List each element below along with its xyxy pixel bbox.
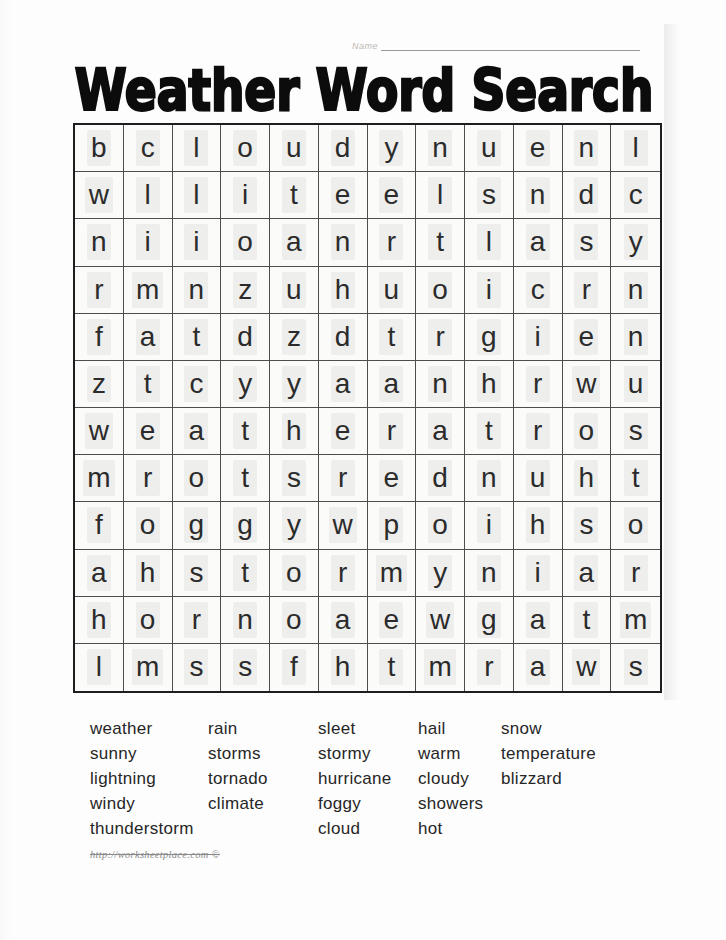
grid-cell[interactable]: s [173,644,222,691]
word-list-column: weathersunnylightningwindythunderstorm [90,716,194,841]
word-list-item: warm [418,741,483,766]
grid-cell[interactable]: s [465,172,514,219]
grid-cell[interactable]: y [270,361,319,408]
grid-cell[interactable]: d [563,172,612,219]
grid-cell[interactable]: m [368,550,417,597]
grid-cell[interactable]: m [124,267,173,314]
grid-letter: d [233,319,257,355]
grid-cell[interactable]: u [368,267,417,314]
grid-cell[interactable]: w [416,597,465,644]
grid-cell[interactable]: u [270,125,319,172]
grid-letter: g [477,319,501,355]
grid-cell[interactable]: o [124,502,173,549]
grid-cell[interactable]: f [75,502,124,549]
word-list-item: stormy [318,741,392,766]
grid-cell[interactable]: n [416,125,465,172]
grid-cell[interactable]: n [221,597,270,644]
grid-cell[interactable]: g [173,502,222,549]
grid-cell[interactable]: l [75,644,124,691]
grid-letter: e [574,319,598,355]
grid-cell[interactable]: t [221,408,270,455]
grid-cell[interactable]: h [514,502,563,549]
grid-cell[interactable]: n [611,267,660,314]
grid-letter: y [428,555,452,591]
grid-letter: n [428,130,452,166]
grid-letter: r [87,272,111,308]
grid-letter: y [233,366,257,402]
scan-edge-shadow [664,24,680,700]
grid-cell[interactable]: o [173,455,222,502]
grid-cell[interactable]: l [465,219,514,266]
word-list-item: snow [501,716,596,741]
grid-cell[interactable]: o [270,550,319,597]
grid-letter: t [477,413,501,449]
grid-cell[interactable]: e [563,314,612,361]
grid-letter: l [87,649,111,685]
word-list-item: temperature [501,741,596,766]
grid-cell[interactable]: u [270,267,319,314]
grid-letter: i [233,177,257,213]
grid-cell[interactable]: t [563,597,612,644]
grid-letter: c [184,366,208,402]
grid-letter: z [282,319,306,355]
grid-letter: e [526,130,550,166]
grid-letter: e [136,413,160,449]
grid-letter: o [624,507,648,543]
grid-cell[interactable]: y [368,125,417,172]
grid-letter: i [477,272,501,308]
grid-letter: u [624,366,648,402]
grid-cell[interactable]: i [514,550,563,597]
grid-letter: s [624,413,648,449]
grid-cell[interactable]: c [124,125,173,172]
grid-letter: a [331,602,355,638]
grid-letter: t [379,319,403,355]
grid-cell[interactable]: n [514,172,563,219]
grid-cell[interactable]: l [124,172,173,219]
grid-letter: n [574,130,598,166]
grid-cell[interactable]: s [563,219,612,266]
grid-cell[interactable]: t [173,314,222,361]
grid-cell[interactable]: s [611,408,660,455]
grid-cell[interactable]: w [75,172,124,219]
grid-letter: r [574,272,598,308]
grid-cell[interactable]: t [124,361,173,408]
page-title: Weather Word Search [66,56,662,123]
grid-cell[interactable]: a [124,314,173,361]
word-list-column: snowtemperatureblizzard [501,716,596,841]
grid-cell[interactable]: h [465,361,514,408]
grid-letter: z [233,272,257,308]
grid-cell[interactable]: h [563,455,612,502]
word-list-item: hot [418,816,483,841]
grid-cell[interactable]: n [416,361,465,408]
grid-cell[interactable]: n [319,219,368,266]
grid-letter: m [424,649,455,685]
grid-letter: u [526,460,550,496]
grid-cell[interactable]: p [368,502,417,549]
grid-cell[interactable]: a [514,597,563,644]
grid-letter: t [136,366,160,402]
grid-letter: s [233,649,257,685]
grid-letter: w [572,649,600,685]
grid-cell[interactable]: w [563,361,612,408]
grid-letter: l [184,130,208,166]
word-list-item: climate [208,791,268,816]
word-search-grid: bcloudynuenlwlliteelsndcniioanrtlasyrmnz… [73,123,662,693]
grid-cell[interactable]: t [221,550,270,597]
grid-cell[interactable]: i [465,502,514,549]
grid-cell[interactable]: n [465,455,514,502]
grid-cell[interactable]: h [75,597,124,644]
grid-letter: l [136,177,160,213]
grid-cell[interactable]: a [75,550,124,597]
grid-letter: t [624,460,648,496]
grid-cell[interactable]: t [221,455,270,502]
grid-letter: n [428,366,452,402]
grid-letter: f [282,649,306,685]
grid-cell[interactable]: n [75,219,124,266]
grid-cell[interactable]: o [416,502,465,549]
word-list-item: lightning [90,766,194,791]
grid-cell[interactable]: m [75,455,124,502]
grid-cell[interactable]: s [611,644,660,691]
word-list-item: showers [418,791,483,816]
grid-letter: s [282,460,306,496]
grid-letter: g [233,507,257,543]
grid-letter: m [83,460,114,496]
grid-cell[interactable]: a [319,361,368,408]
grid-letter: h [526,507,550,543]
grid-cell[interactable]: l [173,172,222,219]
word-list-item: rain [208,716,268,741]
word-list-item [501,816,596,841]
grid-cell[interactable]: s [563,502,612,549]
grid-letter: a [87,555,111,591]
grid-cell[interactable]: t [270,172,319,219]
grid-letter: s [574,507,598,543]
grid-cell[interactable]: a [270,219,319,266]
grid-letter: g [184,507,208,543]
grid-cell[interactable]: z [75,361,124,408]
grid-letter: h [574,460,598,496]
grid-letter: m [620,602,651,638]
grid-cell[interactable]: a [514,644,563,691]
grid-letter: s [477,177,501,213]
grid-letter: a [136,319,160,355]
grid-cell[interactable]: y [270,502,319,549]
grid-cell[interactable]: t [465,408,514,455]
grid-cell[interactable]: c [611,172,660,219]
grid-letter: d [331,319,355,355]
grid-letter: d [574,177,598,213]
grid-letter: r [136,460,160,496]
grid-letter: o [184,460,208,496]
grid-letter: t [184,319,208,355]
grid-letter: m [132,272,163,308]
grid-cell[interactable]: l [173,125,222,172]
grid-letter: a [331,366,355,402]
grid-letter: f [87,507,111,543]
grid-cell[interactable]: o [611,502,660,549]
grid-letter: o [233,130,257,166]
grid-cell[interactable]: t [611,455,660,502]
grid-cell[interactable]: i [465,267,514,314]
grid-cell[interactable]: h [319,644,368,691]
grid-cell[interactable]: u [514,455,563,502]
word-list-item: hurricane [318,766,392,791]
grid-letter: y [282,507,306,543]
grid-letter: u [379,272,403,308]
grid-cell[interactable]: h [319,267,368,314]
word-list-item [208,816,268,841]
grid-cell[interactable]: t [416,219,465,266]
grid-letter: e [379,602,403,638]
grid-letter: i [477,507,501,543]
grid-letter: c [624,177,648,213]
grid-letter: r [331,555,355,591]
grid-letter: t [233,413,257,449]
name-label: Name [352,41,381,51]
grid-cell[interactable]: m [124,644,173,691]
grid-cell[interactable]: i [173,219,222,266]
grid-cell[interactable]: u [465,125,514,172]
grid-cell[interactable]: r [465,644,514,691]
word-list-item: weather [90,716,194,741]
grid-cell[interactable]: s [270,455,319,502]
grid-letter: t [428,224,452,260]
grid-cell[interactable]: t [368,644,417,691]
grid-cell[interactable]: d [319,125,368,172]
worksheet-page: Name Weather Word Search bcloudynuenlwll… [0,0,726,940]
grid-cell[interactable]: d [319,314,368,361]
grid-letter: a [379,366,403,402]
word-list-item: sleet [318,716,392,741]
grid-cell[interactable]: y [221,361,270,408]
grid-cell[interactable]: e [514,125,563,172]
grid-letter: r [184,602,208,638]
grid-letter: t [574,602,598,638]
word-list-item: foggy [318,791,392,816]
grid-cell[interactable]: t [368,314,417,361]
grid-letter: i [526,319,550,355]
grid-cell[interactable]: a [563,550,612,597]
grid-cell[interactable]: w [319,502,368,549]
grid-cell[interactable]: i [221,172,270,219]
grid-cell[interactable]: c [514,267,563,314]
grid-letter: g [477,602,501,638]
grid-cell[interactable]: i [514,314,563,361]
grid-cell[interactable]: g [465,597,514,644]
grid-letter: a [428,413,452,449]
grid-cell[interactable]: m [416,644,465,691]
grid-cell[interactable]: o [416,267,465,314]
grid-cell[interactable]: f [270,644,319,691]
grid-cell[interactable]: r [368,408,417,455]
grid-letter: s [184,649,208,685]
grid-cell[interactable]: z [270,314,319,361]
grid-cell[interactable]: r [514,408,563,455]
name-field-row: Name [352,38,640,51]
grid-cell[interactable]: l [611,125,660,172]
grid-letter: r [526,413,550,449]
grid-letter: o [282,555,306,591]
grid-cell[interactable]: r [611,550,660,597]
grid-cell[interactable]: o [221,125,270,172]
grid-cell[interactable]: d [221,314,270,361]
grid-letter: a [184,413,208,449]
grid-letter: u [282,272,306,308]
grid-letter: e [331,413,355,449]
grid-cell[interactable]: f [75,314,124,361]
grid-letter: r [526,366,550,402]
grid-letter: t [379,649,403,685]
grid-cell[interactable]: e [368,455,417,502]
grid-cell[interactable]: z [221,267,270,314]
grid-letter: o [136,602,160,638]
grid-letter: n [526,177,550,213]
grid-cell[interactable]: l [416,172,465,219]
grid-letter: d [428,460,452,496]
grid-cell[interactable]: o [124,597,173,644]
grid-letter: n [624,272,648,308]
grid-letter: n [233,602,257,638]
grid-letter: l [624,130,648,166]
grid-letter: o [233,224,257,260]
grid-cell[interactable]: r [319,550,368,597]
grid-cell[interactable]: r [173,597,222,644]
grid-letter: c [136,130,160,166]
grid-cell[interactable]: d [416,455,465,502]
word-list-item: blizzard [501,766,596,791]
footer-url: http://worksheetplace.com © [90,849,220,860]
grid-letter: d [331,130,355,166]
grid-cell[interactable]: h [270,408,319,455]
grid-letter: y [379,130,403,166]
grid-cell[interactable]: y [611,219,660,266]
grid-letter: l [428,177,452,213]
grid-letter: a [526,602,550,638]
grid-letter: w [85,413,113,449]
grid-letter: s [624,649,648,685]
grid-letter: w [572,366,600,402]
grid-cell[interactable]: n [563,125,612,172]
grid-letter: n [477,555,501,591]
grid-cell[interactable]: s [221,644,270,691]
grid-letter: b [87,130,111,166]
grid-cell[interactable]: e [124,408,173,455]
grid-letter: t [233,460,257,496]
grid-cell[interactable]: u [611,361,660,408]
grid-letter: w [85,177,113,213]
grid-letter: e [379,460,403,496]
grid-cell[interactable]: n [465,550,514,597]
grid-letter: o [428,507,452,543]
grid-cell[interactable]: e [368,597,417,644]
grid-cell[interactable]: a [514,219,563,266]
grid-letter: h [87,602,111,638]
word-list-item: storms [208,741,268,766]
grid-cell[interactable]: r [368,219,417,266]
grid-cell[interactable]: r [124,455,173,502]
grid-letter: n [477,460,501,496]
grid-cell[interactable]: b [75,125,124,172]
grid-cell[interactable]: e [319,172,368,219]
grid-cell[interactable]: e [368,172,417,219]
grid-letter: z [87,366,111,402]
grid-letter: u [282,130,306,166]
grid-letter: r [331,460,355,496]
grid-cell[interactable]: n [173,267,222,314]
grid-cell[interactable]: w [75,408,124,455]
grid-cell[interactable]: o [270,597,319,644]
word-list-item: tornado [208,766,268,791]
word-list-column: sleetstormyhurricanefoggycloud [318,716,392,841]
grid-letter: n [87,224,111,260]
grid-cell[interactable]: s [173,550,222,597]
grid-letter: o [136,507,160,543]
name-write-line [381,38,640,51]
grid-letter: u [477,130,501,166]
grid-cell[interactable]: r [563,267,612,314]
grid-cell[interactable]: m [611,597,660,644]
grid-letter: i [184,224,208,260]
word-list-item: sunny [90,741,194,766]
grid-cell[interactable]: i [124,219,173,266]
grid-letter: w [329,507,357,543]
grid-cell[interactable]: g [465,314,514,361]
grid-cell[interactable]: a [416,408,465,455]
grid-cell[interactable]: o [563,408,612,455]
grid-cell[interactable]: h [124,550,173,597]
word-list: weathersunnylightningwindythunderstormra… [0,716,726,846]
grid-letter: n [184,272,208,308]
grid-letter: y [282,366,306,402]
grid-cell[interactable]: r [319,455,368,502]
grid-letter: e [379,177,403,213]
grid-cell[interactable]: r [416,314,465,361]
grid-cell[interactable]: n [611,314,660,361]
grid-letter: f [87,319,111,355]
word-list-item: cloudy [418,766,483,791]
grid-cell[interactable]: r [514,361,563,408]
grid-letter: h [331,649,355,685]
grid-letter: r [428,319,452,355]
word-list-item: cloud [318,816,392,841]
grid-cell[interactable]: r [75,267,124,314]
grid-letter: t [233,555,257,591]
grid-cell[interactable]: a [173,408,222,455]
grid-letter: m [376,555,407,591]
grid-letter: s [574,224,598,260]
grid-cell[interactable]: a [319,597,368,644]
grid-cell[interactable]: w [563,644,612,691]
grid-letter: y [624,224,648,260]
grid-letter: e [331,177,355,213]
grid-cell[interactable]: g [221,502,270,549]
grid-letter: h [282,413,306,449]
grid-letter: o [574,413,598,449]
grid-cell[interactable]: e [319,408,368,455]
grid-cell[interactable]: y [416,550,465,597]
grid-cell[interactable]: c [173,361,222,408]
word-list-item: thunderstorm [90,816,194,841]
grid-letter: n [331,224,355,260]
grid-cell[interactable]: a [368,361,417,408]
grid-letter: a [526,649,550,685]
grid-letter: a [574,555,598,591]
grid-cell[interactable]: o [221,219,270,266]
